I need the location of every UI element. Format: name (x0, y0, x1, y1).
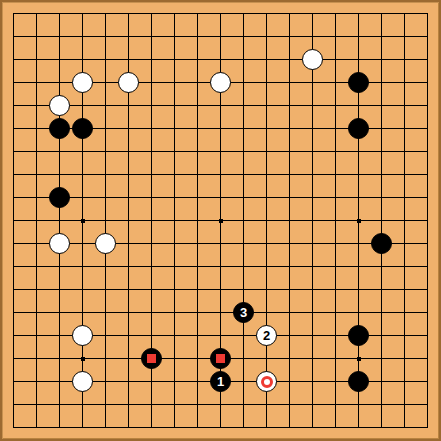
white-stone (95, 233, 116, 254)
black-stone: 3 (233, 302, 254, 323)
white-stone (72, 325, 93, 346)
square-mark-icon (147, 354, 156, 363)
go-board: 213 (0, 0, 441, 441)
black-stone (348, 72, 369, 93)
star-point (219, 219, 223, 223)
black-stone (49, 187, 70, 208)
star-point (81, 219, 85, 223)
go-board-playing-area: 213 (2, 2, 439, 439)
star-point (357, 219, 361, 223)
black-stone (371, 233, 392, 254)
black-stone (141, 348, 162, 369)
black-stone (348, 371, 369, 392)
white-stone: 2 (256, 325, 277, 346)
black-stone: 1 (210, 371, 231, 392)
white-stone (210, 72, 231, 93)
black-stone (210, 348, 231, 369)
white-stone (302, 49, 323, 70)
black-stone (348, 325, 369, 346)
white-stone (256, 371, 277, 392)
white-stone (49, 233, 70, 254)
square-mark-icon (216, 354, 225, 363)
white-stone (72, 371, 93, 392)
white-stone (72, 72, 93, 93)
black-stone (72, 118, 93, 139)
white-stone (49, 95, 70, 116)
black-stone (49, 118, 70, 139)
circle-mark-icon (261, 376, 273, 388)
move-number-label: 2 (263, 329, 270, 342)
black-stone (348, 118, 369, 139)
move-number-label: 3 (240, 306, 247, 319)
move-number-label: 1 (217, 375, 224, 388)
white-stone (118, 72, 139, 93)
star-point (81, 357, 85, 361)
star-point (357, 357, 361, 361)
